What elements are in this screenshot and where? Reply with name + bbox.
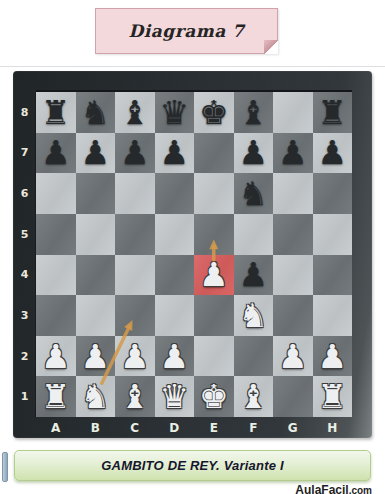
site-credit-brand: AulaFacil (295, 483, 348, 494)
white-rook: ♜ (317, 380, 347, 413)
note-fold-corner-icon (264, 40, 278, 54)
file-label-g: G (273, 417, 313, 438)
rank-label-5: 5 (13, 214, 36, 255)
caption-text: GAMBITO DE REY. Variante I (101, 458, 283, 473)
square-d3[interactable] (155, 295, 195, 336)
square-f8[interactable]: ♝ (234, 92, 274, 133)
white-pawn: ♟ (278, 340, 308, 373)
square-b6[interactable] (76, 173, 116, 214)
square-e2[interactable] (194, 336, 234, 377)
black-pawn: ♟ (278, 136, 308, 169)
square-g8[interactable] (273, 92, 313, 133)
accent-bar (2, 452, 8, 482)
square-e6[interactable] (194, 173, 234, 214)
square-e5[interactable] (194, 214, 234, 255)
white-bishop: ♝ (120, 380, 150, 413)
white-pawn: ♟ (80, 340, 110, 373)
square-b2[interactable]: ♟ (76, 336, 116, 377)
black-pawn: ♟ (317, 136, 347, 169)
square-h7[interactable]: ♟ (313, 133, 353, 174)
square-h2[interactable]: ♟ (313, 336, 353, 377)
square-a8[interactable]: ♜ (36, 92, 76, 133)
square-g5[interactable] (273, 214, 313, 255)
square-g7[interactable]: ♟ (273, 133, 313, 174)
black-rook: ♜ (317, 96, 347, 129)
square-d5[interactable] (155, 214, 195, 255)
rank-label-8: 8 (13, 92, 36, 133)
square-f7[interactable]: ♟ (234, 133, 274, 174)
site-credit: AulaFacil.com (295, 480, 372, 494)
square-c8[interactable]: ♝ (115, 92, 155, 133)
square-c7[interactable]: ♟ (115, 133, 155, 174)
square-f5[interactable] (234, 214, 274, 255)
square-d4[interactable] (155, 255, 195, 296)
square-f4[interactable]: ♟ (234, 255, 274, 296)
square-g2[interactable]: ♟ (273, 336, 313, 377)
black-king: ♚ (199, 96, 229, 129)
square-h3[interactable] (313, 295, 353, 336)
white-pawn: ♟ (199, 258, 229, 291)
square-e7[interactable] (194, 133, 234, 174)
white-rook: ♜ (41, 380, 71, 413)
square-e8[interactable]: ♚ (194, 92, 234, 133)
square-d8[interactable]: ♛ (155, 92, 195, 133)
file-label-h: H (313, 417, 353, 438)
square-f6[interactable]: ♞ (234, 173, 274, 214)
black-pawn: ♟ (80, 136, 110, 169)
white-pawn: ♟ (41, 340, 71, 373)
board-grid: ♜♞♝♛♚♝♜♟♟♟♟♟♟♟♞♟♟♞♟♟♟♟♟♟♜♞♝♛♚♝♜ (36, 92, 352, 417)
black-pawn: ♟ (238, 136, 268, 169)
file-labels: ABCDEFGH (36, 417, 352, 438)
square-a2[interactable]: ♟ (36, 336, 76, 377)
black-pawn: ♟ (120, 136, 150, 169)
black-pawn: ♟ (41, 136, 71, 169)
black-bishop: ♝ (120, 96, 150, 129)
rank-label-1: 1 (13, 376, 36, 417)
square-g4[interactable] (273, 255, 313, 296)
square-h5[interactable] (313, 214, 353, 255)
square-h6[interactable] (313, 173, 353, 214)
white-knight: ♞ (80, 380, 110, 413)
page: { "header": { "title": "Diagrama 7" }, "… (0, 0, 385, 494)
square-b5[interactable] (76, 214, 116, 255)
square-g6[interactable] (273, 173, 313, 214)
file-label-b: B (76, 417, 116, 438)
square-b3[interactable] (76, 295, 116, 336)
square-b7[interactable]: ♟ (76, 133, 116, 174)
black-knight: ♞ (238, 177, 268, 210)
white-pawn: ♟ (159, 340, 189, 373)
file-label-c: C (115, 417, 155, 438)
square-b8[interactable]: ♞ (76, 92, 116, 133)
square-a4[interactable] (36, 255, 76, 296)
square-b4[interactable] (76, 255, 116, 296)
square-f3[interactable]: ♞ (234, 295, 274, 336)
square-c6[interactable] (115, 173, 155, 214)
file-label-d: D (155, 417, 195, 438)
diagram-title: Diagrama 7 (96, 9, 277, 53)
rank-label-7: 7 (13, 133, 36, 174)
site-credit-tld: .com (349, 485, 372, 494)
square-g1[interactable] (273, 376, 313, 417)
square-g3[interactable] (273, 295, 313, 336)
square-e3[interactable] (194, 295, 234, 336)
square-c5[interactable] (115, 214, 155, 255)
black-pawn: ♟ (159, 136, 189, 169)
separator-line (0, 66, 385, 67)
rank-label-2: 2 (13, 336, 36, 377)
rank-label-4: 4 (13, 255, 36, 296)
rank-labels: 87654321 (13, 92, 36, 417)
square-f2[interactable] (234, 336, 274, 377)
square-c2[interactable]: ♟ (115, 336, 155, 377)
file-label-f: F (234, 417, 274, 438)
file-label-e: E (194, 417, 234, 438)
black-rook: ♜ (41, 96, 71, 129)
black-queen: ♛ (159, 96, 189, 129)
white-pawn: ♟ (120, 340, 150, 373)
square-b1[interactable]: ♞ (76, 376, 116, 417)
white-king: ♚ (199, 380, 229, 413)
square-a3[interactable] (36, 295, 76, 336)
square-h1[interactable]: ♜ (313, 376, 353, 417)
square-c3[interactable] (115, 295, 155, 336)
square-h4[interactable] (313, 255, 353, 296)
square-e1[interactable]: ♚ (194, 376, 234, 417)
black-pawn: ♟ (238, 258, 268, 291)
rank-label-3: 3 (13, 295, 36, 336)
square-c1[interactable]: ♝ (115, 376, 155, 417)
caption-bar: GAMBITO DE REY. Variante I (14, 450, 371, 481)
rank-label-6: 6 (13, 173, 36, 214)
square-a7[interactable]: ♟ (36, 133, 76, 174)
white-knight: ♞ (238, 299, 268, 332)
white-pawn: ♟ (317, 340, 347, 373)
square-e4[interactable]: ♟ (194, 255, 234, 296)
black-knight: ♞ (80, 96, 110, 129)
square-d1[interactable]: ♛ (155, 376, 195, 417)
square-c4[interactable] (115, 255, 155, 296)
square-a1[interactable]: ♜ (36, 376, 76, 417)
square-f1[interactable]: ♝ (234, 376, 274, 417)
black-bishop: ♝ (238, 96, 268, 129)
white-bishop: ♝ (238, 380, 268, 413)
file-label-a: A (36, 417, 76, 438)
square-d6[interactable] (155, 173, 195, 214)
diagram-note: Diagrama 7 (95, 8, 278, 54)
square-a6[interactable] (36, 173, 76, 214)
square-d2[interactable]: ♟ (155, 336, 195, 377)
square-d7[interactable]: ♟ (155, 133, 195, 174)
square-h8[interactable]: ♜ (313, 92, 353, 133)
white-queen: ♛ (159, 380, 189, 413)
square-a5[interactable] (36, 214, 76, 255)
chessboard-frame: 87654321 ♜♞♝♛♚♝♜♟♟♟♟♟♟♟♞♟♟♞♟♟♟♟♟♟♜♞♝♛♚♝♜… (13, 71, 372, 438)
